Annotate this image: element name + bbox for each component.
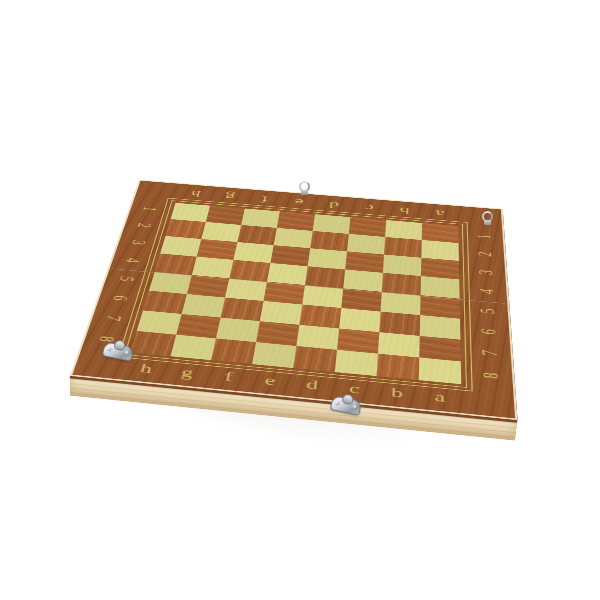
board-grid [130, 203, 461, 384]
labels-front-f: f [206, 365, 251, 389]
labels-back-c: c [351, 200, 387, 216]
square-a5 [420, 295, 460, 319]
square-b6 [379, 312, 420, 336]
labels-back-h: h [177, 186, 215, 202]
square-b5 [381, 292, 421, 315]
labels-left-3: 3 [118, 234, 159, 251]
square-a7 [419, 336, 461, 362]
chess-board: hgfedcba hgfedcba 12345678 12345678 [70, 180, 518, 420]
square-d5 [302, 285, 343, 308]
square-h8 [130, 331, 176, 356]
square-c6 [339, 308, 380, 332]
square-d8 [293, 346, 337, 372]
square-g7 [176, 314, 220, 338]
square-d6 [299, 304, 341, 328]
square-a8 [419, 358, 461, 385]
labels-right-6: 6 [467, 321, 508, 342]
labels-back-b: b [386, 202, 422, 218]
hinge-ring-base [484, 220, 491, 225]
labels-back-g: g [211, 189, 248, 205]
labels-right-4: 4 [466, 282, 506, 301]
labels-left-1: 1 [130, 201, 169, 217]
labels-right-3: 3 [465, 263, 504, 281]
labels-right-8: 8 [468, 364, 511, 387]
square-f6 [221, 298, 264, 322]
square-e5 [264, 282, 305, 305]
square-a4 [421, 276, 460, 299]
labels-front-g: g [164, 361, 210, 385]
labels-back-f: f [246, 191, 283, 207]
product-photo-canvas: hgfedcba hgfedcba 12345678 12345678 [0, 0, 600, 600]
square-b4 [382, 273, 421, 295]
square-d4 [305, 266, 345, 288]
square-c8 [335, 350, 378, 376]
square-g6 [182, 294, 225, 317]
labels-left-7: 7 [92, 308, 136, 328]
rank-labels-right: 12345678 [468, 227, 508, 389]
square-c5 [341, 288, 382, 311]
back-hinge-ring-right [482, 211, 494, 227]
square-f7 [216, 318, 260, 343]
square-e8 [252, 342, 296, 368]
labels-left-2: 2 [124, 217, 164, 234]
labels-front-d: d [290, 373, 335, 397]
square-e6 [260, 301, 302, 325]
labels-right-5: 5 [466, 301, 507, 321]
square-c7 [337, 328, 379, 353]
square-h7 [137, 310, 182, 334]
labels-left-4: 4 [112, 251, 153, 269]
labels-left-6: 6 [99, 288, 142, 307]
labels-front-e: e [248, 369, 293, 393]
square-b7 [378, 332, 420, 357]
labels-front-a: a [418, 385, 462, 410]
hinge-ring-base [301, 190, 308, 195]
square-f8 [211, 338, 256, 364]
labels-front-b: b [375, 381, 419, 406]
square-h6 [143, 291, 187, 314]
square-d7 [296, 325, 339, 350]
perspective-stage: hgfedcba hgfedcba 12345678 12345678 [0, 0, 600, 600]
labels-right-1: 1 [464, 228, 501, 245]
labels-right-7: 7 [467, 342, 509, 364]
back-hinge-ring-left [299, 181, 311, 197]
square-e7 [256, 321, 299, 346]
square-b8 [377, 354, 420, 380]
square-a6 [420, 315, 461, 340]
labels-left-5: 5 [105, 270, 147, 289]
labels-back-a: a [422, 205, 458, 221]
square-c4 [343, 270, 383, 292]
labels-right-2: 2 [465, 245, 503, 263]
labels-back-d: d [316, 197, 353, 213]
square-g8 [171, 335, 216, 360]
